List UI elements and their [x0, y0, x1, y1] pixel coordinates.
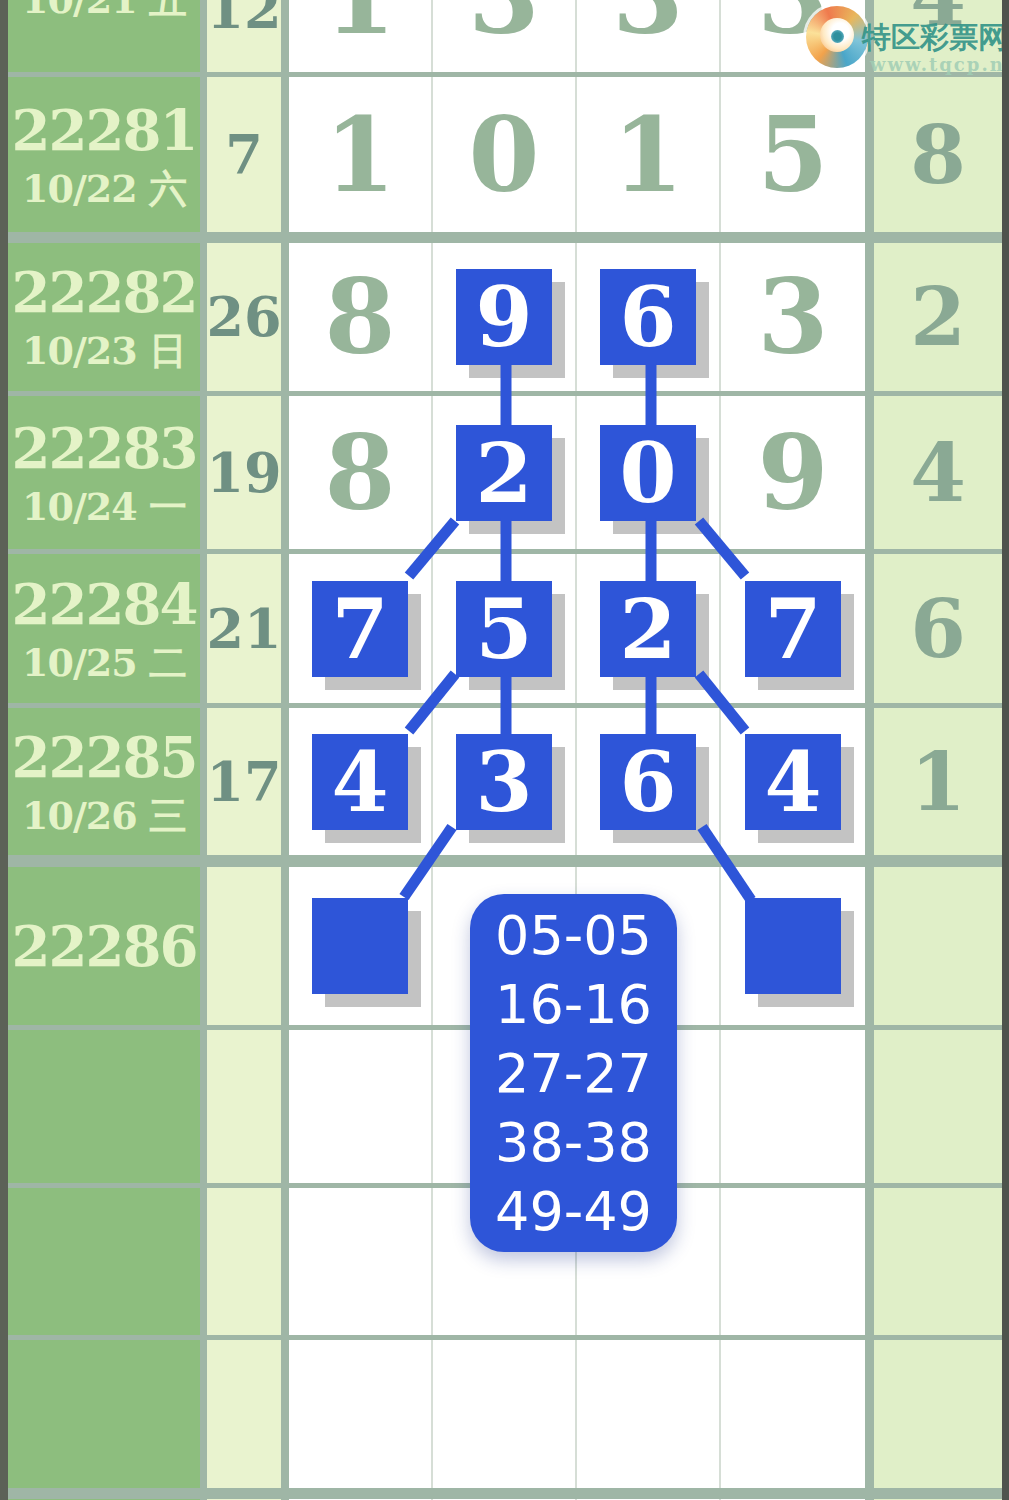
issue-cell	[8, 1188, 200, 1335]
highlighted-digit-box: 6	[600, 734, 696, 830]
digit-cell-c4	[721, 1188, 865, 1335]
digit-cell-c2: 3	[433, 708, 577, 855]
digit-row: 4364	[289, 708, 865, 855]
range-pair: 05-05	[495, 901, 652, 970]
logo-core-dot	[831, 30, 844, 43]
issue-cell: 2228510/26 三	[8, 708, 200, 855]
row-blank-9	[0, 1340, 1009, 1488]
row-22282: 2228210/23 日2689632	[0, 243, 1009, 391]
digit-cell-c4	[721, 1340, 865, 1488]
tail-digit-cell: 4	[874, 396, 1002, 549]
digit-cell-c1: 8	[289, 243, 433, 391]
draw-date: 10/26 三	[22, 794, 186, 838]
digit-value: 9	[758, 422, 829, 524]
digit-value: 8	[325, 422, 396, 524]
tail-digit-cell: 6	[874, 554, 1002, 703]
digit-cell-c4: 4	[721, 708, 865, 855]
issue-cell	[8, 1030, 200, 1183]
draw-date: 10/21 五	[22, 0, 186, 22]
digit-cell-c2: 5	[433, 554, 577, 703]
sum-cell: 17	[207, 708, 281, 855]
digit-cell-c2: 0	[433, 77, 577, 232]
digit-cell-c2	[433, 1340, 577, 1488]
highlighted-digit-box: 6	[600, 269, 696, 365]
digit-cell-c2: 3	[433, 0, 577, 72]
tail-digit-cell	[874, 1188, 1002, 1335]
highlighted-digit-box: 4	[312, 734, 408, 830]
range-pair: 49-49	[495, 1177, 652, 1246]
highlighted-digit-box: 9	[456, 269, 552, 365]
digit-cell-c3: 6	[577, 708, 721, 855]
draw-date: 10/25 二	[22, 641, 186, 685]
digit-value: 3	[613, 0, 684, 48]
digit-cell-c4: 3	[721, 243, 865, 391]
row-22281: 2228110/22 六710158	[0, 77, 1009, 232]
sum-value: 17	[207, 750, 281, 814]
tail-digit-cell	[874, 867, 1002, 1025]
draw-date: 10/23 日	[22, 329, 186, 373]
digit-cell-c1: 8	[289, 396, 433, 549]
highlighted-digit-box: 2	[600, 581, 696, 677]
draw-date: 10/22 六	[22, 167, 186, 211]
digit-cell-c1	[289, 1030, 433, 1183]
sum-cell: 21	[207, 554, 281, 703]
row-22285: 2228510/26 三1743641	[0, 708, 1009, 855]
row-22283: 2228310/24 一1982094	[0, 396, 1009, 549]
highlighted-digit-box	[312, 898, 408, 994]
digit-cell-c3: 0	[577, 396, 721, 549]
tail-digit-value: 4	[910, 433, 966, 513]
issue-number: 22281	[12, 99, 197, 161]
issue-number: 22283	[12, 417, 197, 479]
left-dark-edge	[0, 0, 8, 1500]
highlighted-digit-box	[745, 898, 841, 994]
digit-cell-c4: 9	[721, 396, 865, 549]
digit-cell-c4	[721, 867, 865, 1025]
issue-number: 22285	[12, 726, 197, 788]
sum-cell	[207, 1340, 281, 1488]
lottery-trend-chart-page: 10/21 五12133342228110/22 六7101582228210/…	[0, 0, 1009, 1500]
highlighted-digit-box: 2	[456, 425, 552, 521]
issue-number: 22286	[12, 915, 197, 977]
digit-cell-c1: 1	[289, 77, 433, 232]
draw-date: 10/24 一	[22, 485, 186, 529]
digit-cell-c3: 3	[577, 0, 721, 72]
issue-number: 22284	[12, 573, 197, 635]
digit-row: 8963	[289, 243, 865, 391]
highlighted-digit-box: 7	[312, 581, 408, 677]
digit-cell-c1	[289, 1340, 433, 1488]
sum-value: 26	[207, 285, 281, 349]
digit-value: 3	[758, 266, 829, 368]
issue-cell: 2228110/22 六	[8, 77, 200, 232]
highlighted-digit-box: 0	[600, 425, 696, 521]
digit-cell-c1	[289, 867, 433, 1025]
range-tooltip: 05-0516-1627-2738-3849-49	[470, 894, 677, 1252]
tail-digit-value: 2	[910, 277, 966, 357]
sum-cell: 12	[207, 0, 281, 72]
issue-cell	[8, 1340, 200, 1488]
digit-cell-c4	[721, 1030, 865, 1183]
logo-inner-ring	[820, 18, 854, 52]
digit-cell-c1: 1	[289, 0, 433, 72]
digit-value: 1	[325, 104, 396, 206]
range-pair: 27-27	[495, 1039, 652, 1108]
digit-cell-c1: 4	[289, 708, 433, 855]
site-name: 特区彩票网	[862, 20, 1009, 54]
digit-cell-c2: 9	[433, 243, 577, 391]
digit-value: 5	[758, 104, 829, 206]
digit-row	[289, 1340, 865, 1488]
digit-cell-c1	[289, 1188, 433, 1335]
digit-row: 8209	[289, 396, 865, 549]
digit-cell-c3: 6	[577, 243, 721, 391]
digit-value: 0	[469, 104, 540, 206]
row-22284: 2228410/25 二2175276	[0, 554, 1009, 703]
tail-digit-cell	[874, 1340, 1002, 1488]
digit-cell-c3: 2	[577, 554, 721, 703]
issue-cell: 10/21 五	[8, 0, 200, 72]
tail-digit-cell: 2	[874, 243, 1002, 391]
range-pair: 16-16	[495, 970, 652, 1039]
issue-cell: 2228210/23 日	[8, 243, 200, 391]
digit-cell-c3: 1	[577, 77, 721, 232]
tail-digit-value: 8	[910, 115, 966, 195]
sum-value: 12	[207, 0, 281, 41]
digit-cell-c1: 7	[289, 554, 433, 703]
sum-cell: 19	[207, 396, 281, 549]
sum-value: 7	[225, 123, 263, 187]
digit-row: 7527	[289, 554, 865, 703]
highlighted-digit-box: 3	[456, 734, 552, 830]
issue-number: 22282	[12, 261, 197, 323]
digit-cell-c2: 2	[433, 396, 577, 549]
digit-value: 1	[325, 0, 396, 48]
digit-value: 3	[469, 0, 540, 48]
digit-value: 1	[613, 104, 684, 206]
digit-row: 1333	[289, 0, 865, 72]
digit-value: 8	[325, 266, 396, 368]
digit-cell-c4: 5	[721, 77, 865, 232]
sum-cell	[207, 1030, 281, 1183]
highlighted-digit-box: 4	[745, 734, 841, 830]
tail-digit-cell: 1	[874, 708, 1002, 855]
tail-digit-value: 6	[910, 589, 966, 669]
digit-row: 1015	[289, 77, 865, 232]
sum-cell	[207, 1188, 281, 1335]
issue-cell: 2228310/24 一	[8, 396, 200, 549]
highlighted-digit-box: 7	[745, 581, 841, 677]
issue-cell: 22286	[8, 867, 200, 1025]
digit-cell-c4: 7	[721, 554, 865, 703]
tail-digit-value: 1	[910, 742, 966, 822]
sum-value: 21	[207, 597, 281, 661]
site-logo-swirl-icon	[806, 6, 868, 68]
tail-digit-cell	[874, 1030, 1002, 1183]
tail-digit-cell: 8	[874, 77, 1002, 232]
trend-table: 10/21 五12133342228110/22 六7101582228210/…	[0, 0, 1009, 1500]
digit-cell-c3	[577, 1340, 721, 1488]
issue-cell: 2228410/25 二	[8, 554, 200, 703]
sum-value: 19	[207, 441, 281, 505]
sum-cell	[207, 867, 281, 1025]
highlighted-digit-box: 5	[456, 581, 552, 677]
range-pair: 38-38	[495, 1108, 652, 1177]
site-url: www.tqcp.net	[870, 54, 1009, 75]
sum-cell: 26	[207, 243, 281, 391]
sum-cell: 7	[207, 77, 281, 232]
right-dark-edge	[1002, 0, 1009, 1500]
